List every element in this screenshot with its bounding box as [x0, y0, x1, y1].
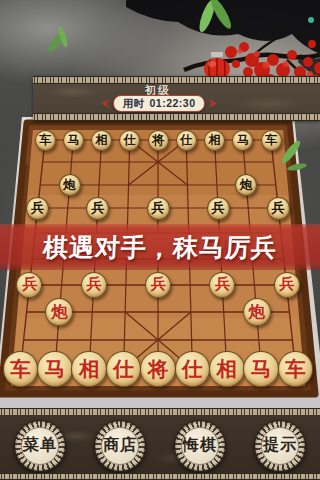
piece-black-车[interactable]: 车 — [261, 130, 282, 151]
piece-black-马[interactable]: 马 — [232, 130, 253, 151]
timer-label: 用时 — [122, 97, 144, 109]
piece-red-炮[interactable]: 炮 — [243, 298, 271, 326]
ornament-left-icon — [101, 99, 113, 108]
piece-red-仕[interactable]: 仕 — [175, 351, 211, 387]
hint-button[interactable]: 提示 — [254, 420, 306, 472]
piece-black-相[interactable]: 相 — [91, 130, 112, 151]
piece-red-相[interactable]: 相 — [209, 351, 245, 387]
piece-red-马[interactable]: 马 — [37, 351, 73, 387]
hint-button-label: 提示 — [261, 427, 299, 465]
shop-button[interactable]: 商店 — [94, 420, 146, 472]
piece-red-相[interactable]: 相 — [71, 351, 107, 387]
toolbar-bar: 菜单 商店 悔棋 提示 — [0, 415, 320, 476]
shop-button-label: 商店 — [101, 427, 139, 465]
piece-black-兵[interactable]: 兵 — [267, 197, 290, 220]
piece-red-将[interactable]: 将 — [140, 351, 176, 387]
timer-text: 用时01:22:30 — [122, 97, 195, 111]
piece-black-兵[interactable]: 兵 — [86, 197, 109, 220]
undo-button-label: 悔棋 — [181, 427, 219, 465]
piece-black-车[interactable]: 车 — [35, 130, 56, 151]
meander-border — [33, 113, 320, 121]
toolbar: 菜单 商店 悔棋 提示 — [0, 408, 320, 480]
piece-red-兵[interactable]: 兵 — [81, 272, 107, 298]
ornament-right-icon — [205, 99, 217, 108]
banner: 棋遇对手，秣马厉兵 — [0, 224, 320, 270]
piece-black-仕[interactable]: 仕 — [176, 130, 197, 151]
menu-button-label: 菜单 — [21, 427, 59, 465]
undo-button[interactable]: 悔棋 — [174, 420, 226, 472]
piece-red-兵[interactable]: 兵 — [145, 272, 171, 298]
menu-button[interactable]: 菜单 — [14, 420, 66, 472]
piece-red-车[interactable]: 车 — [3, 351, 39, 387]
piece-red-车[interactable]: 车 — [278, 351, 314, 387]
piece-black-相[interactable]: 相 — [204, 130, 225, 151]
timer-value: 01:22:30 — [149, 97, 195, 109]
piece-black-炮[interactable]: 炮 — [59, 174, 81, 196]
header-bar: 初级 用时01:22:30 — [33, 76, 320, 121]
meander-border — [0, 473, 320, 480]
piece-black-兵[interactable]: 兵 — [147, 197, 170, 220]
timer-box: 用时01:22:30 — [113, 95, 205, 112]
piece-red-马[interactable]: 马 — [243, 351, 279, 387]
piece-red-仕[interactable]: 仕 — [106, 351, 142, 387]
banner-text: 棋遇对手，秣马厉兵 — [42, 231, 278, 264]
piece-black-将[interactable]: 将 — [148, 130, 169, 151]
piece-black-仕[interactable]: 仕 — [119, 130, 140, 151]
piece-red-兵[interactable]: 兵 — [274, 272, 300, 298]
game-screen: 初级 用时01:22:30 楚河 汉界 车马相仕将仕相马车炮炮兵兵兵兵兵兵兵 — [0, 0, 320, 480]
piece-black-兵[interactable]: 兵 — [207, 197, 230, 220]
piece-black-马[interactable]: 马 — [63, 130, 84, 151]
piece-black-兵[interactable]: 兵 — [26, 197, 49, 220]
